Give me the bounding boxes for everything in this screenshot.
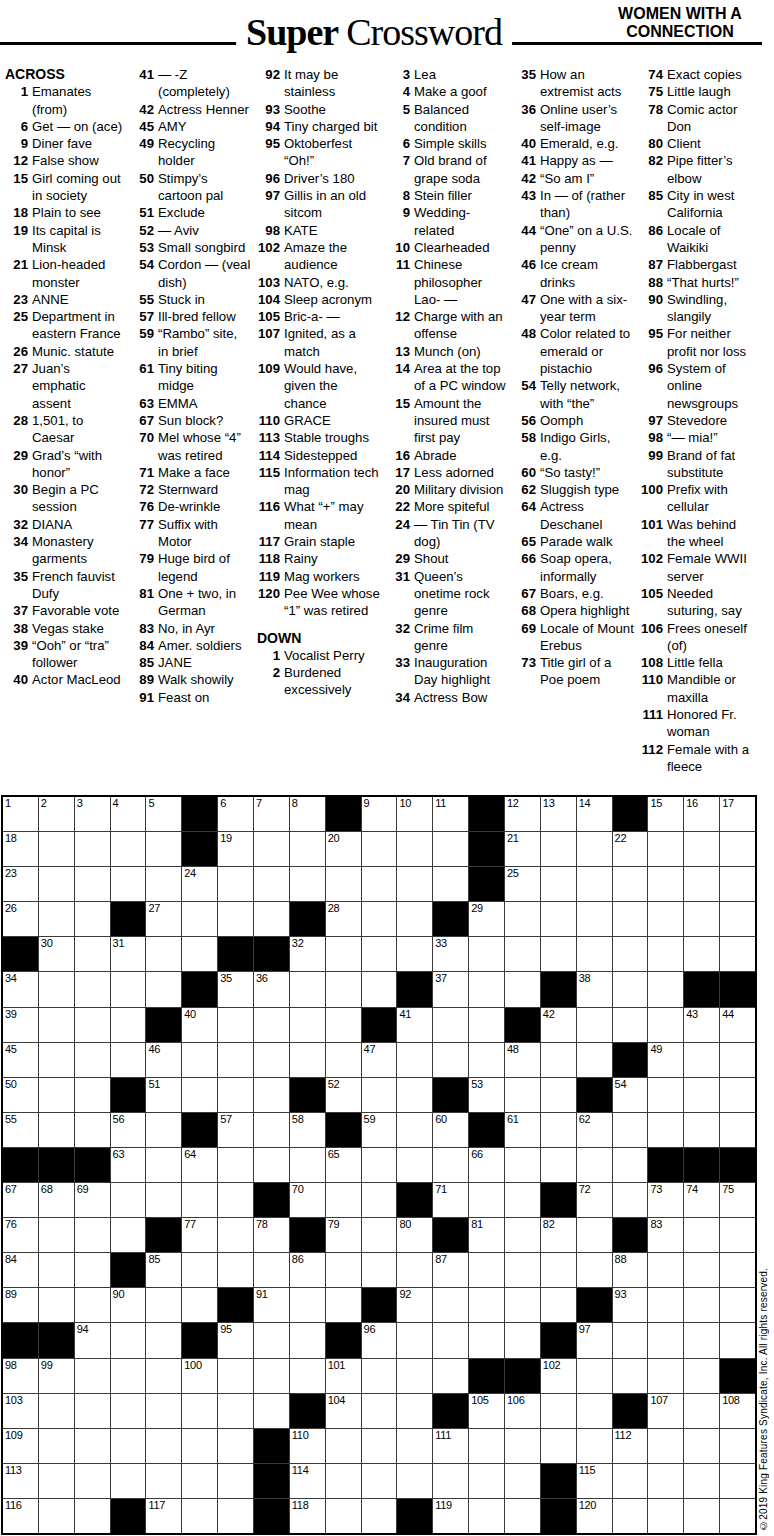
cell-r16c8[interactable] bbox=[254, 1323, 289, 1357]
cell-r9c6[interactable] bbox=[182, 1078, 217, 1112]
cell-r3c15[interactable]: 25 bbox=[505, 867, 540, 901]
cell-r14c15[interactable] bbox=[505, 1253, 540, 1287]
cell-r2c13[interactable] bbox=[433, 832, 468, 866]
cell-r5c21[interactable] bbox=[720, 937, 755, 971]
cell-r12c1[interactable]: 67 bbox=[3, 1183, 38, 1217]
cell-r20c6[interactable] bbox=[182, 1464, 217, 1498]
cell-r8c6[interactable] bbox=[182, 1043, 217, 1077]
cell-r4c18[interactable] bbox=[613, 902, 648, 936]
cell-r19c9[interactable]: 110 bbox=[290, 1429, 325, 1463]
cell-r1c7[interactable]: 6 bbox=[218, 797, 253, 831]
cell-r2c12[interactable] bbox=[397, 832, 432, 866]
cell-r1c16[interactable]: 13 bbox=[541, 797, 576, 831]
cell-r6c3[interactable] bbox=[75, 972, 110, 1006]
cell-r15c12[interactable]: 92 bbox=[397, 1288, 432, 1322]
cell-r1c8[interactable]: 7 bbox=[254, 797, 289, 831]
cell-r13c21[interactable] bbox=[720, 1218, 755, 1252]
cell-r5c11[interactable] bbox=[362, 937, 397, 971]
cell-r2c10[interactable]: 20 bbox=[326, 832, 361, 866]
cell-r20c20[interactable] bbox=[684, 1464, 719, 1498]
cell-r7c7[interactable] bbox=[218, 1008, 253, 1042]
cell-r1c21[interactable]: 17 bbox=[720, 797, 755, 831]
cell-r17c5[interactable] bbox=[146, 1359, 181, 1393]
cell-r18c20[interactable] bbox=[684, 1394, 719, 1428]
cell-r21c15[interactable] bbox=[505, 1499, 540, 1533]
cell-r7c13[interactable] bbox=[433, 1008, 468, 1042]
cell-r9c21[interactable] bbox=[720, 1078, 755, 1112]
cell-r19c4[interactable] bbox=[111, 1429, 146, 1463]
cell-r14c7[interactable] bbox=[218, 1253, 253, 1287]
cell-r9c12[interactable] bbox=[397, 1078, 432, 1112]
cell-r6c9[interactable] bbox=[290, 972, 325, 1006]
cell-r5c5[interactable] bbox=[146, 937, 181, 971]
cell-r19c15[interactable] bbox=[505, 1429, 540, 1463]
cell-r15c6[interactable] bbox=[182, 1288, 217, 1322]
cell-r5c15[interactable] bbox=[505, 937, 540, 971]
cell-r2c17[interactable] bbox=[577, 832, 612, 866]
cell-r11c18[interactable] bbox=[613, 1148, 648, 1182]
cell-r3c7[interactable] bbox=[218, 867, 253, 901]
cell-r16c11[interactable]: 96 bbox=[362, 1323, 397, 1357]
cell-r9c1[interactable]: 50 bbox=[3, 1078, 38, 1112]
cell-r9c18[interactable]: 54 bbox=[613, 1078, 648, 1112]
cell-r3c2[interactable] bbox=[39, 867, 74, 901]
cell-r4c20[interactable] bbox=[684, 902, 719, 936]
cell-r15c10[interactable] bbox=[326, 1288, 361, 1322]
cell-r15c9[interactable] bbox=[290, 1288, 325, 1322]
cell-r14c10[interactable] bbox=[326, 1253, 361, 1287]
cell-r4c8[interactable] bbox=[254, 902, 289, 936]
cell-r11c12[interactable] bbox=[397, 1148, 432, 1182]
cell-r2c9[interactable] bbox=[290, 832, 325, 866]
cell-r2c7[interactable]: 19 bbox=[218, 832, 253, 866]
cell-r8c7[interactable] bbox=[218, 1043, 253, 1077]
cell-r12c20[interactable]: 74 bbox=[684, 1183, 719, 1217]
cell-r8c19[interactable]: 49 bbox=[648, 1043, 683, 1077]
cell-r20c15[interactable] bbox=[505, 1464, 540, 1498]
cell-r14c11[interactable] bbox=[362, 1253, 397, 1287]
cell-r6c8[interactable]: 36 bbox=[254, 972, 289, 1006]
cell-r10c12[interactable] bbox=[397, 1113, 432, 1147]
cell-r19c2[interactable] bbox=[39, 1429, 74, 1463]
cell-r19c7[interactable] bbox=[218, 1429, 253, 1463]
cell-r3c19[interactable] bbox=[648, 867, 683, 901]
cell-r21c5[interactable]: 117 bbox=[146, 1499, 181, 1533]
cell-r12c4[interactable] bbox=[111, 1183, 146, 1217]
cell-r7c17[interactable] bbox=[577, 1008, 612, 1042]
cell-r17c13[interactable] bbox=[433, 1359, 468, 1393]
cell-r7c9[interactable] bbox=[290, 1008, 325, 1042]
cell-r5c17[interactable] bbox=[577, 937, 612, 971]
cell-r8c8[interactable] bbox=[254, 1043, 289, 1077]
cell-r19c11[interactable] bbox=[362, 1429, 397, 1463]
cell-r5c3[interactable] bbox=[75, 937, 110, 971]
cell-r2c4[interactable] bbox=[111, 832, 146, 866]
cell-r8c21[interactable] bbox=[720, 1043, 755, 1077]
cell-r11c8[interactable] bbox=[254, 1148, 289, 1182]
cell-r17c19[interactable] bbox=[648, 1359, 683, 1393]
cell-r20c3[interactable] bbox=[75, 1464, 110, 1498]
cell-r16c14[interactable] bbox=[469, 1323, 504, 1357]
cell-r2c3[interactable] bbox=[75, 832, 110, 866]
cell-r7c14[interactable] bbox=[469, 1008, 504, 1042]
cell-r6c17[interactable]: 38 bbox=[577, 972, 612, 1006]
cell-r16c15[interactable] bbox=[505, 1323, 540, 1357]
cell-r11c15[interactable] bbox=[505, 1148, 540, 1182]
cell-r17c6[interactable]: 100 bbox=[182, 1359, 217, 1393]
cell-r5c2[interactable]: 30 bbox=[39, 937, 74, 971]
cell-r3c1[interactable]: 23 bbox=[3, 867, 38, 901]
cell-r18c15[interactable]: 106 bbox=[505, 1394, 540, 1428]
cell-r17c1[interactable]: 98 bbox=[3, 1359, 38, 1393]
cell-r19c18[interactable]: 112 bbox=[613, 1429, 648, 1463]
cell-r2c18[interactable]: 22 bbox=[613, 832, 648, 866]
cell-r7c18[interactable] bbox=[613, 1008, 648, 1042]
cell-r7c3[interactable] bbox=[75, 1008, 110, 1042]
cell-r4c17[interactable] bbox=[577, 902, 612, 936]
cell-r13c3[interactable] bbox=[75, 1218, 110, 1252]
cell-r15c4[interactable]: 90 bbox=[111, 1288, 146, 1322]
cell-r11c13[interactable] bbox=[433, 1148, 468, 1182]
cell-r21c3[interactable] bbox=[75, 1499, 110, 1533]
cell-r6c13[interactable]: 37 bbox=[433, 972, 468, 1006]
cell-r3c9[interactable] bbox=[290, 867, 325, 901]
cell-r20c21[interactable] bbox=[720, 1464, 755, 1498]
cell-r19c21[interactable] bbox=[720, 1429, 755, 1463]
cell-r17c18[interactable] bbox=[613, 1359, 648, 1393]
cell-r18c12[interactable] bbox=[397, 1394, 432, 1428]
cell-r8c14[interactable] bbox=[469, 1043, 504, 1077]
cell-r8c10[interactable] bbox=[326, 1043, 361, 1077]
cell-r16c12[interactable] bbox=[397, 1323, 432, 1357]
cell-r12c2[interactable]: 68 bbox=[39, 1183, 74, 1217]
cell-r2c15[interactable]: 21 bbox=[505, 832, 540, 866]
cell-r17c16[interactable]: 102 bbox=[541, 1359, 576, 1393]
cell-r19c10[interactable] bbox=[326, 1429, 361, 1463]
cell-r15c2[interactable] bbox=[39, 1288, 74, 1322]
cell-r6c15[interactable] bbox=[505, 972, 540, 1006]
cell-r3c3[interactable] bbox=[75, 867, 110, 901]
cell-r17c17[interactable] bbox=[577, 1359, 612, 1393]
cell-r18c4[interactable] bbox=[111, 1394, 146, 1428]
cell-r10c4[interactable]: 56 bbox=[111, 1113, 146, 1147]
cell-r21c10[interactable] bbox=[326, 1499, 361, 1533]
cell-r12c3[interactable]: 69 bbox=[75, 1183, 110, 1217]
cell-r11c9[interactable] bbox=[290, 1148, 325, 1182]
cell-r16c20[interactable] bbox=[684, 1323, 719, 1357]
cell-r17c9[interactable] bbox=[290, 1359, 325, 1393]
cell-r1c4[interactable]: 4 bbox=[111, 797, 146, 831]
cell-r3c16[interactable] bbox=[541, 867, 576, 901]
cell-r12c18[interactable] bbox=[613, 1183, 648, 1217]
cell-r21c2[interactable] bbox=[39, 1499, 74, 1533]
cell-r4c5[interactable]: 27 bbox=[146, 902, 181, 936]
cell-r10c20[interactable] bbox=[684, 1113, 719, 1147]
cell-r5c4[interactable]: 31 bbox=[111, 937, 146, 971]
cell-r5c13[interactable]: 33 bbox=[433, 937, 468, 971]
cell-r1c3[interactable]: 3 bbox=[75, 797, 110, 831]
cell-r15c5[interactable] bbox=[146, 1288, 181, 1322]
cell-r18c8[interactable] bbox=[254, 1394, 289, 1428]
cell-r11c17[interactable] bbox=[577, 1148, 612, 1182]
cell-r9c2[interactable] bbox=[39, 1078, 74, 1112]
cell-r13c14[interactable]: 81 bbox=[469, 1218, 504, 1252]
cell-r13c10[interactable]: 79 bbox=[326, 1218, 361, 1252]
cell-r1c1[interactable]: 1 bbox=[3, 797, 38, 831]
cell-r12c10[interactable] bbox=[326, 1183, 361, 1217]
cell-r11c5[interactable] bbox=[146, 1148, 181, 1182]
cell-r12c9[interactable]: 70 bbox=[290, 1183, 325, 1217]
cell-r11c16[interactable] bbox=[541, 1148, 576, 1182]
cell-r16c4[interactable] bbox=[111, 1323, 146, 1357]
cell-r13c17[interactable] bbox=[577, 1218, 612, 1252]
cell-r1c11[interactable]: 9 bbox=[362, 797, 397, 831]
cell-r6c7[interactable]: 35 bbox=[218, 972, 253, 1006]
cell-r16c17[interactable]: 97 bbox=[577, 1323, 612, 1357]
cell-r14c21[interactable] bbox=[720, 1253, 755, 1287]
cell-r7c6[interactable]: 40 bbox=[182, 1008, 217, 1042]
cell-r1c12[interactable]: 10 bbox=[397, 797, 432, 831]
cell-r4c7[interactable] bbox=[218, 902, 253, 936]
cell-r20c2[interactable] bbox=[39, 1464, 74, 1498]
cell-r21c13[interactable]: 119 bbox=[433, 1499, 468, 1533]
cell-r7c16[interactable]: 42 bbox=[541, 1008, 576, 1042]
cell-r2c2[interactable] bbox=[39, 832, 74, 866]
cell-r1c5[interactable]: 5 bbox=[146, 797, 181, 831]
cell-r17c4[interactable] bbox=[111, 1359, 146, 1393]
cell-r14c1[interactable]: 84 bbox=[3, 1253, 38, 1287]
cell-r4c11[interactable] bbox=[362, 902, 397, 936]
cell-r4c6[interactable] bbox=[182, 902, 217, 936]
cell-r13c11[interactable] bbox=[362, 1218, 397, 1252]
cell-r6c4[interactable] bbox=[111, 972, 146, 1006]
cell-r21c1[interactable]: 116 bbox=[3, 1499, 38, 1533]
cell-r8c17[interactable] bbox=[577, 1043, 612, 1077]
cell-r11c4[interactable]: 63 bbox=[111, 1148, 146, 1182]
cell-r2c16[interactable] bbox=[541, 832, 576, 866]
cell-r19c17[interactable] bbox=[577, 1429, 612, 1463]
cell-r1c15[interactable]: 12 bbox=[505, 797, 540, 831]
cell-r12c21[interactable]: 75 bbox=[720, 1183, 755, 1217]
cell-r13c4[interactable] bbox=[111, 1218, 146, 1252]
cell-r10c21[interactable] bbox=[720, 1113, 755, 1147]
cell-r18c19[interactable]: 107 bbox=[648, 1394, 683, 1428]
cell-r14c5[interactable]: 85 bbox=[146, 1253, 181, 1287]
cell-r13c6[interactable]: 77 bbox=[182, 1218, 217, 1252]
cell-r12c19[interactable]: 73 bbox=[648, 1183, 683, 1217]
cell-r14c9[interactable]: 86 bbox=[290, 1253, 325, 1287]
cell-r14c14[interactable] bbox=[469, 1253, 504, 1287]
cell-r5c14[interactable] bbox=[469, 937, 504, 971]
cell-r13c12[interactable]: 80 bbox=[397, 1218, 432, 1252]
cell-r12c14[interactable] bbox=[469, 1183, 504, 1217]
cell-r10c9[interactable]: 58 bbox=[290, 1113, 325, 1147]
cell-r6c2[interactable] bbox=[39, 972, 74, 1006]
cell-r16c18[interactable] bbox=[613, 1323, 648, 1357]
cell-r21c6[interactable] bbox=[182, 1499, 217, 1533]
cell-r21c9[interactable]: 118 bbox=[290, 1499, 325, 1533]
cell-r18c6[interactable] bbox=[182, 1394, 217, 1428]
cell-r8c20[interactable] bbox=[684, 1043, 719, 1077]
cell-r8c13[interactable] bbox=[433, 1043, 468, 1077]
cell-r19c20[interactable] bbox=[684, 1429, 719, 1463]
cell-r15c20[interactable] bbox=[684, 1288, 719, 1322]
cell-r10c16[interactable] bbox=[541, 1113, 576, 1147]
cell-r8c16[interactable] bbox=[541, 1043, 576, 1077]
cell-r4c12[interactable] bbox=[397, 902, 432, 936]
cell-r5c20[interactable] bbox=[684, 937, 719, 971]
cell-r9c16[interactable] bbox=[541, 1078, 576, 1112]
cell-r1c19[interactable]: 15 bbox=[648, 797, 683, 831]
cell-r10c5[interactable] bbox=[146, 1113, 181, 1147]
cell-r12c6[interactable] bbox=[182, 1183, 217, 1217]
cell-r17c7[interactable] bbox=[218, 1359, 253, 1393]
cell-r7c4[interactable] bbox=[111, 1008, 146, 1042]
cell-r15c1[interactable]: 89 bbox=[3, 1288, 38, 1322]
cell-r18c14[interactable]: 105 bbox=[469, 1394, 504, 1428]
cell-r10c1[interactable]: 55 bbox=[3, 1113, 38, 1147]
cell-r21c14[interactable] bbox=[469, 1499, 504, 1533]
cell-r12c11[interactable] bbox=[362, 1183, 397, 1217]
cell-r10c2[interactable] bbox=[39, 1113, 74, 1147]
cell-r15c16[interactable] bbox=[541, 1288, 576, 1322]
cell-r14c6[interactable] bbox=[182, 1253, 217, 1287]
cell-r12c7[interactable] bbox=[218, 1183, 253, 1217]
cell-r4c10[interactable]: 28 bbox=[326, 902, 361, 936]
cell-r17c11[interactable] bbox=[362, 1359, 397, 1393]
cell-r2c21[interactable] bbox=[720, 832, 755, 866]
cell-r3c18[interactable] bbox=[613, 867, 648, 901]
cell-r9c20[interactable] bbox=[684, 1078, 719, 1112]
cell-r17c12[interactable] bbox=[397, 1359, 432, 1393]
cell-r18c10[interactable]: 104 bbox=[326, 1394, 361, 1428]
cell-r1c20[interactable]: 16 bbox=[684, 797, 719, 831]
cell-r21c7[interactable] bbox=[218, 1499, 253, 1533]
cell-r3c11[interactable] bbox=[362, 867, 397, 901]
cell-r19c5[interactable] bbox=[146, 1429, 181, 1463]
cell-r20c11[interactable] bbox=[362, 1464, 397, 1498]
cell-r20c17[interactable]: 115 bbox=[577, 1464, 612, 1498]
cell-r4c2[interactable] bbox=[39, 902, 74, 936]
cell-r2c19[interactable] bbox=[648, 832, 683, 866]
cell-r5c16[interactable] bbox=[541, 937, 576, 971]
cell-r13c20[interactable] bbox=[684, 1218, 719, 1252]
cell-r12c15[interactable] bbox=[505, 1183, 540, 1217]
cell-r4c3[interactable] bbox=[75, 902, 110, 936]
cell-r8c12[interactable] bbox=[397, 1043, 432, 1077]
cell-r13c2[interactable] bbox=[39, 1218, 74, 1252]
cell-r20c1[interactable]: 113 bbox=[3, 1464, 38, 1498]
cell-r9c10[interactable]: 52 bbox=[326, 1078, 361, 1112]
cell-r15c3[interactable] bbox=[75, 1288, 110, 1322]
cell-r3c20[interactable] bbox=[684, 867, 719, 901]
cell-r2c8[interactable] bbox=[254, 832, 289, 866]
cell-r10c3[interactable] bbox=[75, 1113, 110, 1147]
cell-r17c2[interactable]: 99 bbox=[39, 1359, 74, 1393]
cell-r13c15[interactable] bbox=[505, 1218, 540, 1252]
cell-r4c21[interactable] bbox=[720, 902, 755, 936]
cell-r10c13[interactable]: 60 bbox=[433, 1113, 468, 1147]
cell-r21c18[interactable] bbox=[613, 1499, 648, 1533]
cell-r15c21[interactable] bbox=[720, 1288, 755, 1322]
cell-r19c1[interactable]: 109 bbox=[3, 1429, 38, 1463]
cell-r6c10[interactable] bbox=[326, 972, 361, 1006]
cell-r18c16[interactable] bbox=[541, 1394, 576, 1428]
cell-r13c1[interactable]: 76 bbox=[3, 1218, 38, 1252]
cell-r20c18[interactable] bbox=[613, 1464, 648, 1498]
cell-r18c7[interactable] bbox=[218, 1394, 253, 1428]
cell-r4c15[interactable] bbox=[505, 902, 540, 936]
cell-r1c9[interactable]: 8 bbox=[290, 797, 325, 831]
cell-r5c6[interactable] bbox=[182, 937, 217, 971]
cell-r18c11[interactable] bbox=[362, 1394, 397, 1428]
cell-r16c7[interactable]: 95 bbox=[218, 1323, 253, 1357]
cell-r4c1[interactable]: 26 bbox=[3, 902, 38, 936]
cell-r7c21[interactable]: 44 bbox=[720, 1008, 755, 1042]
cell-r17c8[interactable] bbox=[254, 1359, 289, 1393]
cell-r8c2[interactable] bbox=[39, 1043, 74, 1077]
cell-r14c3[interactable] bbox=[75, 1253, 110, 1287]
cell-r10c19[interactable] bbox=[648, 1113, 683, 1147]
cell-r6c1[interactable]: 34 bbox=[3, 972, 38, 1006]
cell-r11c7[interactable] bbox=[218, 1148, 253, 1182]
cell-r9c11[interactable] bbox=[362, 1078, 397, 1112]
cell-r13c7[interactable] bbox=[218, 1218, 253, 1252]
cell-r15c18[interactable]: 93 bbox=[613, 1288, 648, 1322]
cell-r1c17[interactable]: 14 bbox=[577, 797, 612, 831]
cell-r20c7[interactable] bbox=[218, 1464, 253, 1498]
cell-r11c14[interactable]: 66 bbox=[469, 1148, 504, 1182]
cell-r21c19[interactable] bbox=[648, 1499, 683, 1533]
cell-r9c7[interactable] bbox=[218, 1078, 253, 1112]
cell-r8c15[interactable]: 48 bbox=[505, 1043, 540, 1077]
cell-r18c17[interactable] bbox=[577, 1394, 612, 1428]
cell-r8c3[interactable] bbox=[75, 1043, 110, 1077]
cell-r19c16[interactable] bbox=[541, 1429, 576, 1463]
cell-r17c3[interactable] bbox=[75, 1359, 110, 1393]
cell-r20c10[interactable] bbox=[326, 1464, 361, 1498]
cell-r7c10[interactable] bbox=[326, 1008, 361, 1042]
cell-r6c19[interactable] bbox=[648, 972, 683, 1006]
cell-r5c18[interactable] bbox=[613, 937, 648, 971]
cell-r7c19[interactable] bbox=[648, 1008, 683, 1042]
cell-r13c16[interactable]: 82 bbox=[541, 1218, 576, 1252]
cell-r10c11[interactable]: 59 bbox=[362, 1113, 397, 1147]
cell-r14c19[interactable] bbox=[648, 1253, 683, 1287]
cell-r18c21[interactable]: 108 bbox=[720, 1394, 755, 1428]
cell-r1c13[interactable]: 11 bbox=[433, 797, 468, 831]
cell-r19c13[interactable]: 111 bbox=[433, 1429, 468, 1463]
cell-r7c20[interactable]: 43 bbox=[684, 1008, 719, 1042]
cell-r20c19[interactable] bbox=[648, 1464, 683, 1498]
cell-r18c1[interactable]: 103 bbox=[3, 1394, 38, 1428]
cell-r6c14[interactable] bbox=[469, 972, 504, 1006]
cell-r7c2[interactable] bbox=[39, 1008, 74, 1042]
cell-r12c13[interactable]: 71 bbox=[433, 1183, 468, 1217]
cell-r16c13[interactable] bbox=[433, 1323, 468, 1357]
cell-r19c19[interactable] bbox=[648, 1429, 683, 1463]
cell-r21c17[interactable]: 120 bbox=[577, 1499, 612, 1533]
cell-r15c14[interactable] bbox=[469, 1288, 504, 1322]
cell-r18c2[interactable] bbox=[39, 1394, 74, 1428]
cell-r15c15[interactable] bbox=[505, 1288, 540, 1322]
cell-r20c13[interactable] bbox=[433, 1464, 468, 1498]
cell-r19c14[interactable] bbox=[469, 1429, 504, 1463]
cell-r11c11[interactable] bbox=[362, 1148, 397, 1182]
cell-r10c17[interactable]: 62 bbox=[577, 1113, 612, 1147]
cell-r6c11[interactable] bbox=[362, 972, 397, 1006]
cell-r11c10[interactable]: 65 bbox=[326, 1148, 361, 1182]
